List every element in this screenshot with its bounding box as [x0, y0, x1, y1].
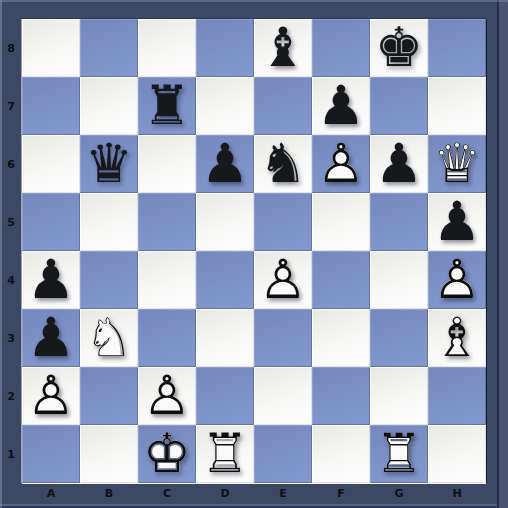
square-a6[interactable]	[22, 135, 80, 193]
square-e1[interactable]	[254, 425, 312, 483]
file-labels: ABCDEFGH	[22, 483, 486, 503]
white-pawn-outline: ♙	[254, 251, 312, 309]
black-rook-glyph: ♜	[138, 77, 196, 135]
square-h1[interactable]	[428, 425, 486, 483]
square-a3[interactable]: ♟	[22, 309, 80, 367]
file-label: E	[254, 483, 312, 503]
square-c3[interactable]	[138, 309, 196, 367]
piece-black-bishop[interactable]: ♝	[254, 19, 312, 77]
square-c5[interactable]	[138, 193, 196, 251]
square-g5[interactable]	[370, 193, 428, 251]
square-b8[interactable]	[80, 19, 138, 77]
piece-white-knight[interactable]: ♞♘	[80, 309, 138, 367]
piece-white-pawn[interactable]: ♟♙	[22, 367, 80, 425]
square-f2[interactable]	[312, 367, 370, 425]
piece-white-queen[interactable]: ♛♕	[428, 135, 486, 193]
square-b7[interactable]	[80, 77, 138, 135]
square-a1[interactable]	[22, 425, 80, 483]
square-g1[interactable]: ♜♖	[370, 425, 428, 483]
black-pawn-glyph: ♟	[196, 135, 254, 193]
square-a7[interactable]	[22, 77, 80, 135]
white-pawn-outline: ♙	[22, 367, 80, 425]
square-h2[interactable]	[428, 367, 486, 425]
white-pawn-outline: ♙	[138, 367, 196, 425]
square-f1[interactable]	[312, 425, 370, 483]
square-c1[interactable]: ♚♔	[138, 425, 196, 483]
square-f8[interactable]	[312, 19, 370, 77]
square-h7[interactable]	[428, 77, 486, 135]
square-a8[interactable]	[22, 19, 80, 77]
piece-black-pawn[interactable]: ♟	[428, 193, 486, 251]
black-bishop-glyph: ♝	[254, 19, 312, 77]
square-g8[interactable]: ♚	[370, 19, 428, 77]
square-d8[interactable]	[196, 19, 254, 77]
square-c4[interactable]	[138, 251, 196, 309]
chess-board[interactable]: ♝♚♜♟♛♟♞♟♙♟♛♕♟♟♟♙♟♙♟♞♘♝♗♟♙♟♙♚♔♜♖♜♖	[22, 19, 486, 483]
rank-label: 3	[0, 309, 22, 367]
piece-black-pawn[interactable]: ♟	[22, 309, 80, 367]
square-b1[interactable]	[80, 425, 138, 483]
piece-black-pawn[interactable]: ♟	[22, 251, 80, 309]
black-pawn-glyph: ♟	[312, 77, 370, 135]
file-label: C	[138, 483, 196, 503]
white-pawn-outline: ♙	[312, 135, 370, 193]
square-h8[interactable]	[428, 19, 486, 77]
piece-white-rook[interactable]: ♜♖	[196, 425, 254, 483]
white-bishop-outline: ♗	[428, 309, 486, 367]
square-g7[interactable]	[370, 77, 428, 135]
piece-white-pawn[interactable]: ♟♙	[428, 251, 486, 309]
square-h4[interactable]: ♟♙	[428, 251, 486, 309]
square-a4[interactable]: ♟	[22, 251, 80, 309]
square-a5[interactable]	[22, 193, 80, 251]
square-e7[interactable]	[254, 77, 312, 135]
square-g3[interactable]	[370, 309, 428, 367]
square-b3[interactable]: ♞♘	[80, 309, 138, 367]
rank-labels: 87654321	[0, 19, 22, 483]
square-g4[interactable]	[370, 251, 428, 309]
square-d1[interactable]: ♜♖	[196, 425, 254, 483]
white-queen-outline: ♕	[428, 135, 486, 193]
rank-label: 2	[0, 367, 22, 425]
square-f4[interactable]	[312, 251, 370, 309]
square-d5[interactable]	[196, 193, 254, 251]
file-label: B	[80, 483, 138, 503]
square-h6[interactable]: ♛♕	[428, 135, 486, 193]
board-frame: 87654321 ♝♚♜♟♛♟♞♟♙♟♛♕♟♟♟♙♟♙♟♞♘♝♗♟♙♟♙♚♔♜♖…	[0, 0, 508, 508]
rank-label: 5	[0, 193, 22, 251]
square-d2[interactable]	[196, 367, 254, 425]
square-h5[interactable]: ♟	[428, 193, 486, 251]
square-f6[interactable]: ♟♙	[312, 135, 370, 193]
file-label: D	[196, 483, 254, 503]
file-label: G	[370, 483, 428, 503]
square-c6[interactable]	[138, 135, 196, 193]
square-b5[interactable]	[80, 193, 138, 251]
square-b4[interactable]	[80, 251, 138, 309]
square-f5[interactable]	[312, 193, 370, 251]
piece-black-knight[interactable]: ♞	[254, 135, 312, 193]
square-e5[interactable]	[254, 193, 312, 251]
piece-black-rook[interactable]: ♜	[138, 77, 196, 135]
rank-label: 8	[0, 19, 22, 77]
square-e6[interactable]: ♞	[254, 135, 312, 193]
white-king-outline: ♔	[138, 425, 196, 483]
white-pawn-outline: ♙	[428, 251, 486, 309]
white-rook-outline: ♖	[370, 425, 428, 483]
file-label: F	[312, 483, 370, 503]
square-b6[interactable]: ♛	[80, 135, 138, 193]
rank-label: 7	[0, 77, 22, 135]
square-e2[interactable]	[254, 367, 312, 425]
black-pawn-glyph: ♟	[428, 193, 486, 251]
square-f3[interactable]	[312, 309, 370, 367]
rank-label: 4	[0, 251, 22, 309]
square-f7[interactable]: ♟	[312, 77, 370, 135]
square-d4[interactable]	[196, 251, 254, 309]
black-pawn-glyph: ♟	[22, 309, 80, 367]
piece-white-pawn[interactable]: ♟♙	[312, 135, 370, 193]
file-label: A	[22, 483, 80, 503]
piece-black-pawn[interactable]: ♟	[370, 135, 428, 193]
piece-black-pawn[interactable]: ♟	[312, 77, 370, 135]
square-d3[interactable]	[196, 309, 254, 367]
black-knight-glyph: ♞	[254, 135, 312, 193]
square-d7[interactable]	[196, 77, 254, 135]
square-g2[interactable]	[370, 367, 428, 425]
piece-white-pawn[interactable]: ♟♙	[138, 367, 196, 425]
piece-white-bishop[interactable]: ♝♗	[428, 309, 486, 367]
square-a2[interactable]: ♟♙	[22, 367, 80, 425]
square-h3[interactable]: ♝♗	[428, 309, 486, 367]
black-queen-glyph: ♛	[80, 135, 138, 193]
square-c8[interactable]	[138, 19, 196, 77]
square-c2[interactable]: ♟♙	[138, 367, 196, 425]
square-e8[interactable]: ♝	[254, 19, 312, 77]
file-label: H	[428, 483, 486, 503]
square-e3[interactable]	[254, 309, 312, 367]
square-c7[interactable]: ♜	[138, 77, 196, 135]
piece-white-king[interactable]: ♚♔	[138, 425, 196, 483]
piece-white-rook[interactable]: ♜♖	[370, 425, 428, 483]
rank-label: 6	[0, 135, 22, 193]
piece-black-queen[interactable]: ♛	[80, 135, 138, 193]
black-pawn-glyph: ♟	[22, 251, 80, 309]
piece-white-pawn[interactable]: ♟♙	[254, 251, 312, 309]
black-pawn-glyph: ♟	[370, 135, 428, 193]
square-b2[interactable]	[80, 367, 138, 425]
white-knight-outline: ♘	[80, 309, 138, 367]
square-e4[interactable]: ♟♙	[254, 251, 312, 309]
rank-label: 1	[0, 425, 22, 483]
piece-black-pawn[interactable]: ♟	[196, 135, 254, 193]
square-g6[interactable]: ♟	[370, 135, 428, 193]
black-king-glyph: ♚	[370, 19, 428, 77]
square-d6[interactable]: ♟	[196, 135, 254, 193]
piece-black-king[interactable]: ♚	[370, 19, 428, 77]
white-rook-outline: ♖	[196, 425, 254, 483]
